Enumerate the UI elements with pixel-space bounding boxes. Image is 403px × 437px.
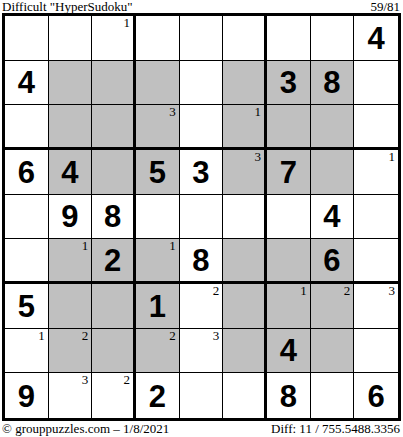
cell-r7c4[interactable]: 1 [136,284,180,329]
corner-mark: 1 [169,239,176,253]
cell-r3c6[interactable]: 1 [223,105,267,150]
cell-r7c5[interactable]: 2 [180,284,224,329]
cell-value: 3 [192,157,209,188]
corner-mark: 2 [82,329,89,343]
cell-counter: 59/81 [370,0,400,13]
cell-value: 4 [323,201,340,232]
corner-mark: 1 [82,239,89,253]
cell-r4c7[interactable]: 7 [267,150,311,195]
page: Difficult "HyperSudoku" 59/81 1443831645… [0,0,403,437]
cell-r1c3[interactable]: 1 [92,16,136,61]
cell-r7c7[interactable]: 1 [267,284,311,329]
cell-value: 4 [368,23,385,54]
cell-value: 5 [18,291,35,322]
cell-r7c8[interactable]: 2 [311,284,355,329]
cell-value: 8 [192,245,209,276]
difficulty-text: Diff: 11 / 755.5488.3356 [271,422,400,436]
title-bar: Difficult "HyperSudoku" 59/81 [2,0,400,13]
cell-r2c2[interactable] [49,61,93,106]
cell-r9c1[interactable]: 9 [5,373,49,418]
cell-r7c9[interactable]: 3 [354,284,398,329]
cell-value: 4 [280,335,297,366]
cell-r6c5[interactable]: 8 [180,239,224,284]
corner-mark: 2 [124,373,131,387]
cell-r1c2[interactable] [49,16,93,61]
corner-mark: 1 [38,329,45,343]
cell-value: 3 [280,67,297,98]
cell-r3c5[interactable] [180,105,224,150]
cell-r5c7[interactable] [267,195,311,240]
hypersudoku-board: 144383164533719841218651212312234932286 [2,13,401,421]
cell-r8c4[interactable]: 2 [136,329,180,374]
footer-bar: © grouppuzzles.com – 1/8/2021 Diff: 11 /… [2,421,400,436]
cell-value: 4 [18,67,35,98]
cell-r3c2[interactable] [49,105,93,150]
cell-r8c2[interactable]: 2 [49,329,93,374]
cell-r4c2[interactable]: 4 [49,150,93,195]
cell-r1c1[interactable] [5,16,49,61]
cell-r2c3[interactable] [92,61,136,106]
corner-mark: 2 [344,284,351,298]
cell-r1c4[interactable] [136,16,180,61]
cell-r3c3[interactable] [92,105,136,150]
cell-r6c6[interactable] [223,239,267,284]
cell-r5c5[interactable] [180,195,224,240]
cell-value: 2 [149,381,166,412]
cell-r6c4[interactable]: 1 [136,239,180,284]
puzzle-title: Difficult "HyperSudoku" [2,0,133,13]
cell-r7c3[interactable] [92,284,136,329]
cell-r5c1[interactable] [5,195,49,240]
cell-r5c8[interactable]: 4 [311,195,355,240]
cell-r2c5[interactable] [180,61,224,106]
cell-r9c4[interactable]: 2 [136,373,180,418]
cell-r5c2[interactable]: 9 [49,195,93,240]
cell-value: 9 [18,381,35,412]
cell-r1c6[interactable] [223,16,267,61]
cell-r3c9[interactable] [354,105,398,150]
cell-r9c7[interactable]: 8 [267,373,311,418]
corner-mark: 1 [124,16,131,30]
cell-r4c8[interactable] [311,150,355,195]
cell-r8c6[interactable] [223,329,267,374]
cell-value: 2 [104,245,121,276]
cell-r3c4[interactable]: 3 [136,105,180,150]
cell-r1c9[interactable]: 4 [354,16,398,61]
cell-r2c7[interactable]: 3 [267,61,311,106]
cell-r4c6[interactable]: 3 [223,150,267,195]
cell-r3c1[interactable] [5,105,49,150]
cell-r6c3[interactable]: 2 [92,239,136,284]
cell-r4c4[interactable]: 5 [136,150,180,195]
cell-r6c2[interactable]: 1 [49,239,93,284]
cell-r4c5[interactable]: 3 [180,150,224,195]
corner-mark: 3 [213,329,220,343]
cell-r7c1[interactable]: 5 [5,284,49,329]
cell-value: 8 [104,201,121,232]
cell-r9c8[interactable] [311,373,355,418]
cell-r3c7[interactable] [267,105,311,150]
cell-r3c8[interactable] [311,105,355,150]
cell-r8c9[interactable] [354,329,398,374]
cell-value: 8 [323,67,340,98]
cell-r8c8[interactable] [311,329,355,374]
cell-r8c5[interactable]: 3 [180,329,224,374]
cell-r9c2[interactable]: 3 [49,373,93,418]
cell-value: 9 [61,201,78,232]
corner-mark: 1 [255,105,262,119]
corner-mark: 1 [300,284,307,298]
cell-value: 6 [323,245,340,276]
cell-value: 1 [149,291,166,322]
cell-r2c1[interactable]: 4 [5,61,49,106]
cell-r4c1[interactable]: 6 [5,150,49,195]
cell-r1c5[interactable] [180,16,224,61]
cell-r5c4[interactable] [136,195,180,240]
cell-r8c1[interactable]: 1 [5,329,49,374]
corner-mark: 2 [169,329,176,343]
cell-r5c6[interactable] [223,195,267,240]
cell-value: 6 [368,381,385,412]
corner-mark: 3 [255,150,262,164]
cell-r9c5[interactable] [180,373,224,418]
cell-r6c7[interactable] [267,239,311,284]
cell-r4c9[interactable]: 1 [354,150,398,195]
copyright-text: © grouppuzzles.com – 1/8/2021 [2,422,169,436]
corner-mark: 3 [169,105,176,119]
cell-r5c3[interactable]: 8 [92,195,136,240]
cell-value: 4 [61,157,78,188]
cell-r6c9[interactable] [354,239,398,284]
cell-r9c3[interactable]: 2 [92,373,136,418]
cell-r2c8[interactable]: 8 [311,61,355,106]
cell-r6c8[interactable]: 6 [311,239,355,284]
cell-r4c3[interactable] [92,150,136,195]
cell-r7c2[interactable] [49,284,93,329]
cell-r1c7[interactable] [267,16,311,61]
cell-r2c9[interactable] [354,61,398,106]
cell-value: 8 [280,381,297,412]
cell-r2c6[interactable] [223,61,267,106]
corner-mark: 3 [82,373,89,387]
corner-mark: 1 [389,150,396,164]
cell-value: 7 [280,157,297,188]
cell-value: 5 [149,157,166,188]
cell-r7c6[interactable] [223,284,267,329]
cell-r8c7[interactable]: 4 [267,329,311,374]
corner-mark: 3 [389,284,396,298]
cell-r8c3[interactable] [92,329,136,374]
cell-r2c4[interactable] [136,61,180,106]
cell-r6c1[interactable] [5,239,49,284]
cell-r5c9[interactable] [354,195,398,240]
cell-r1c8[interactable] [311,16,355,61]
cell-r9c9[interactable]: 6 [354,373,398,418]
cell-value: 6 [18,157,35,188]
corner-mark: 2 [213,284,220,298]
cell-r9c6[interactable] [223,373,267,418]
